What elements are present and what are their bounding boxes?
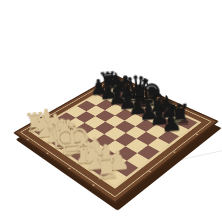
frame-dot bbox=[92, 184, 95, 186]
frame-dot bbox=[46, 152, 49, 154]
frame-dot bbox=[68, 167, 71, 169]
chessboard: ♜♞♝♛♚♝♞♜♟♟♟♟♟♟♟♟♟♟♟♟♟♟♟♟♜♞♝♛♚♝♞♜ bbox=[13, 75, 219, 204]
frame-dot bbox=[195, 134, 198, 136]
frame-dot bbox=[173, 151, 176, 153]
frame-dot bbox=[26, 139, 29, 141]
product-photo: ♜♞♝♛♚♝♞♜♟♟♟♟♟♟♟♟♟♟♟♟♟♟♟♟♜♞♝♛♚♝♞♜ bbox=[0, 0, 222, 222]
board-grid: ♜♞♝♛♚♝♞♜♟♟♟♟♟♟♟♟♟♟♟♟♟♟♟♟♜♞♝♛♚♝♞♜ bbox=[34, 84, 198, 185]
